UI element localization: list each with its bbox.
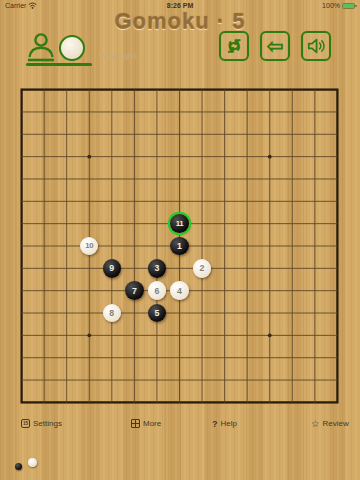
more-label: More <box>143 419 161 428</box>
player-avatar-icon <box>25 32 57 63</box>
toolbar-item-more[interactable]: More <box>131 418 161 429</box>
battery-percent: 100% <box>322 2 340 9</box>
stone-white-e5: 8 <box>103 304 121 322</box>
help-label: Help <box>221 419 237 428</box>
page-dot-black-stone <box>15 463 22 470</box>
undo-button[interactable]: ⇦ <box>260 31 290 61</box>
settings-label: Settings <box>33 419 62 428</box>
stone-white-d8: 10 <box>80 237 98 255</box>
back-arrow-icon: ⇦ <box>267 36 284 56</box>
stones-layer: 1234567891011 <box>20 88 339 404</box>
stone-black-e7: 9 <box>103 259 121 277</box>
stone-white-g6: 6 <box>148 281 166 299</box>
sound-button[interactable] <box>301 31 331 61</box>
stone-black-f6: 7 <box>125 281 143 299</box>
carrier-label: Carrier <box>5 2 26 9</box>
question-mark-icon: ? <box>212 419 218 429</box>
grid-icon <box>131 419 140 428</box>
page-indicator[interactable] <box>13 456 43 474</box>
board-size-icon: 15 <box>21 419 30 428</box>
stone-white-i7: 2 <box>193 259 211 277</box>
board[interactable]: 1234567891011 <box>20 88 339 404</box>
turn-status-text: Your turn... <box>98 50 144 61</box>
restart-button[interactable]: ↺↺ <box>219 31 249 61</box>
stone-black-h9: 11 <box>170 214 188 232</box>
review-label: Review <box>323 419 349 428</box>
page-dot-white-stone <box>28 458 37 467</box>
stone-black-g5: 5 <box>148 304 166 322</box>
stone-black-g7: 3 <box>148 259 166 277</box>
restart-icon: ↺↺ <box>224 36 244 56</box>
toolbar-item-settings[interactable]: 15 Settings <box>21 418 62 429</box>
toolbar-item-help[interactable]: ? Help <box>212 418 237 429</box>
toolbar-item-review[interactable]: ☆ Review <box>311 418 349 429</box>
stone-white-h6: 4 <box>170 281 188 299</box>
stone-black-h8: 1 <box>170 237 188 255</box>
wifi-icon <box>28 2 37 9</box>
battery-icon <box>342 3 355 9</box>
star-icon: ☆ <box>311 418 320 429</box>
gomoku-app: Carrier 8:26 PM 100% Gomoku · 5 Your tur… <box>0 0 360 480</box>
clock: 8:26 PM <box>167 2 193 9</box>
active-player-underline <box>26 63 92 66</box>
player-color-stone <box>59 35 85 61</box>
speaker-icon <box>306 36 326 56</box>
